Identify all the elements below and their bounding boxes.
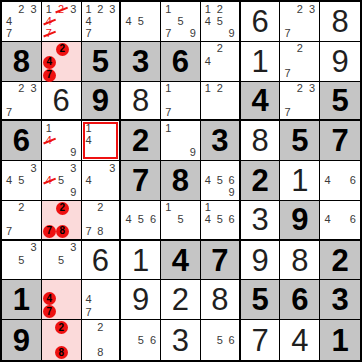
candidate-2: 2	[94, 321, 106, 334]
candidate-6: 6	[147, 334, 159, 347]
candidate-grid: 237	[280, 2, 319, 41]
candidate-9: 9	[187, 28, 199, 40]
candidate-4: 4	[122, 15, 134, 27]
candidate-grid: 46	[320, 161, 360, 200]
candidate-2: 2	[294, 83, 306, 95]
cell-r5c4[interactable]: 7	[121, 161, 161, 201]
candidate-4: 4	[202, 55, 214, 67]
candidate-1: 1	[162, 3, 174, 15]
candidate-5: 5	[174, 15, 186, 27]
candidate-7: 7	[281, 28, 293, 40]
cell-r3c1[interactable]: 237	[2, 82, 42, 122]
cell-r8c1[interactable]: 1	[2, 280, 42, 320]
candidate-2: 2	[214, 43, 226, 55]
cell-r6c7[interactable]: 3	[241, 201, 281, 241]
candidate-9: 9	[226, 187, 238, 199]
candidate-2: 2	[94, 202, 106, 214]
candidate-2-chain-circle: 2	[55, 321, 68, 334]
cell-r6c4[interactable]: 456	[121, 201, 161, 241]
cell-r2c7[interactable]: 1	[241, 42, 281, 82]
candidate-9: 9	[67, 147, 79, 159]
candidate-5: 5	[174, 214, 186, 226]
candidate-7: 7	[83, 306, 95, 318]
candidate-4-eliminated: 4	[43, 174, 55, 186]
candidate-7: 7	[162, 106, 174, 118]
candidate-3: 3	[106, 3, 118, 15]
cell-r7c4[interactable]: 1	[121, 241, 161, 281]
cell-r1c3[interactable]: 12347	[82, 2, 122, 42]
cell-r6c9[interactable]: 46	[320, 201, 360, 241]
candidate-6: 6	[346, 214, 359, 226]
candidate-grid: 35	[2, 241, 41, 280]
candidate-5: 5	[214, 214, 226, 226]
candidate-4: 4	[83, 294, 95, 306]
cell-r9c2[interactable]: 28	[42, 320, 82, 360]
candidate-4: 4	[202, 15, 214, 27]
cell-r6c2[interactable]: 278	[42, 201, 82, 241]
candidate-grid: 19	[161, 121, 200, 160]
cell-r6c6[interactable]: 1456	[201, 201, 241, 241]
candidate-4-eliminated: 4	[43, 135, 55, 147]
cell-r8c5[interactable]: 2	[161, 280, 201, 320]
cell-r5c5[interactable]: 8	[161, 161, 201, 201]
candidate-grid: 24	[201, 42, 239, 81]
cell-r4c4[interactable]: 2	[121, 121, 161, 161]
cell-r2c5[interactable]: 6	[161, 42, 201, 82]
candidate-grid: 27	[280, 42, 319, 81]
cell-r8c6[interactable]: 8	[201, 280, 241, 320]
cell-r7c7[interactable]: 9	[241, 241, 281, 281]
candidate-4: 4	[321, 174, 334, 186]
candidate-5: 5	[15, 254, 27, 266]
candidate-grid: 15	[161, 201, 200, 239]
candidate-1: 1	[162, 202, 174, 214]
candidate-5: 5	[55, 174, 67, 186]
candidate-2: 2	[294, 43, 306, 55]
candidate-8-chain-circle: 8	[56, 225, 69, 238]
cell-r6c1[interactable]: 27	[2, 201, 42, 241]
candidate-2-eliminated: 2	[55, 3, 67, 15]
cell-r7c1[interactable]: 35	[2, 241, 42, 281]
cell-r2c1[interactable]: 8	[2, 42, 42, 82]
cell-r5c3[interactable]: 34	[82, 161, 122, 201]
cell-r4c7[interactable]: 8	[241, 121, 281, 161]
cell-r9c1[interactable]: 9	[2, 320, 42, 360]
cell-r3c3[interactable]: 9	[82, 82, 122, 122]
candidate-5: 5	[135, 214, 147, 226]
cell-r9c8[interactable]: 4	[280, 320, 320, 360]
cell-r8c4[interactable]: 9	[121, 280, 161, 320]
cell-r3c8[interactable]: 237	[280, 82, 320, 122]
candidate-1: 1	[162, 83, 174, 95]
cell-r2c2[interactable]: 247	[42, 42, 82, 82]
candidate-4: 4	[202, 214, 214, 226]
cell-r1c1[interactable]: 2347	[2, 2, 42, 42]
candidate-5: 5	[55, 254, 67, 266]
candidate-2-chain-circle: 2	[56, 202, 69, 215]
candidate-7-chain-circle: 7	[43, 225, 56, 238]
cell-r4c6[interactable]: 3	[201, 121, 241, 161]
cell-r9c4[interactable]: 56	[121, 320, 161, 360]
candidate-3: 3	[106, 162, 118, 174]
cell-r2c4[interactable]: 3	[121, 42, 161, 82]
cell-r7c2[interactable]: 35	[42, 241, 82, 281]
candidate-grid: 27	[2, 201, 41, 239]
candidate-grid: 56	[201, 320, 239, 360]
cell-r3c4[interactable]: 8	[121, 82, 161, 122]
cell-r7c9[interactable]: 2	[320, 241, 360, 281]
cell-r5c9[interactable]: 46	[320, 161, 360, 201]
cell-r6c3[interactable]: 278	[82, 201, 122, 241]
candidate-7: 7	[281, 106, 293, 118]
cell-r1c8[interactable]: 237	[280, 2, 320, 42]
cell-r9c9[interactable]: 1	[320, 320, 360, 360]
cell-r8c9[interactable]: 3	[320, 280, 360, 320]
candidate-4: 4	[83, 174, 95, 186]
candidate-4: 4	[321, 214, 334, 226]
candidate-grid: 47	[82, 280, 120, 319]
candidate-5: 5	[214, 15, 226, 27]
candidate-2: 2	[214, 3, 226, 15]
cell-r1c2[interactable]: 12347	[42, 2, 82, 42]
candidate-2-chain-circle: 2	[56, 43, 69, 56]
candidate-4: 4	[3, 174, 15, 186]
candidate-grid: 12347	[42, 2, 81, 41]
candidate-grid: 45	[121, 2, 160, 41]
candidate-6: 6	[226, 174, 238, 186]
candidate-1: 1	[202, 202, 214, 214]
candidate-4: 4	[3, 15, 15, 27]
candidate-2: 2	[214, 83, 226, 95]
cell-r7c8[interactable]: 8	[280, 241, 320, 281]
candidate-5: 5	[214, 334, 226, 347]
cell-r5c1[interactable]: 345	[2, 161, 42, 201]
candidate-grid: 3459	[42, 161, 81, 200]
candidate-grid: 28	[82, 320, 120, 360]
candidate-4: 4	[83, 15, 95, 27]
cell-r7c5[interactable]: 4	[161, 241, 201, 281]
candidate-grid: 247	[42, 42, 81, 81]
candidate-grid: 278	[82, 201, 120, 239]
cell-r9c6[interactable]: 56	[201, 320, 241, 360]
candidate-4: 4	[122, 214, 134, 226]
cell-r9c3[interactable]: 28	[82, 320, 122, 360]
candidate-grid: 278	[42, 201, 81, 239]
candidate-grid: 14	[82, 121, 120, 160]
candidate-grid: 35	[42, 241, 81, 280]
cell-r4c2[interactable]: 149	[42, 121, 82, 161]
candidate-grid: 17	[161, 82, 200, 120]
candidate-7: 7	[162, 28, 174, 40]
candidate-7-chain-circle: 7	[43, 305, 56, 318]
cell-r1c9[interactable]: 8	[320, 2, 360, 42]
candidate-1: 1	[83, 122, 95, 134]
cell-r4c9[interactable]: 7	[320, 121, 360, 161]
candidate-7: 7	[3, 106, 15, 118]
candidate-3: 3	[306, 3, 318, 15]
cell-r1c7[interactable]: 6	[241, 2, 281, 42]
candidate-7: 7	[3, 28, 15, 40]
cell-r1c5[interactable]: 1579	[161, 2, 201, 42]
candidate-3: 3	[28, 3, 40, 15]
candidate-6: 6	[147, 214, 159, 226]
candidate-5: 5	[214, 174, 226, 186]
candidate-4: 4	[83, 135, 95, 147]
candidate-8-chain-circle: 8	[55, 346, 68, 359]
candidate-7: 7	[83, 226, 95, 238]
cell-r8c2[interactable]: 47	[42, 280, 82, 320]
candidate-grid: 2347	[2, 2, 41, 41]
candidate-5: 5	[135, 334, 147, 347]
cell-r4c8[interactable]: 5	[280, 121, 320, 161]
candidate-3: 3	[67, 3, 79, 15]
candidate-9: 9	[187, 147, 199, 159]
candidate-7-eliminated: 7	[43, 28, 55, 40]
cell-r5c8[interactable]: 1	[280, 161, 320, 201]
candidate-grid: 149	[42, 121, 81, 160]
cell-r7c6[interactable]: 7	[201, 241, 241, 281]
candidate-2: 2	[15, 202, 27, 214]
candidate-grid: 56	[121, 320, 160, 360]
cell-r4c1[interactable]: 6	[2, 121, 42, 161]
cell-r2c3[interactable]: 5	[82, 42, 122, 82]
cell-r6c8[interactable]: 9	[280, 201, 320, 241]
cell-r3c7[interactable]: 4	[241, 82, 281, 122]
cell-r8c8[interactable]: 6	[280, 280, 320, 320]
cell-r3c9[interactable]: 5	[320, 82, 360, 122]
candidate-6: 6	[226, 214, 238, 226]
cell-r5c2[interactable]: 3459	[42, 161, 82, 201]
candidate-1: 1	[43, 122, 55, 134]
candidate-2: 2	[294, 3, 306, 15]
candidate-1: 1	[202, 83, 214, 95]
candidate-1: 1	[202, 3, 214, 15]
candidate-1: 1	[162, 122, 174, 134]
candidate-grid: 4569	[201, 161, 239, 200]
cell-r8c3[interactable]: 47	[82, 280, 122, 320]
candidate-4-chain-circle: 4	[43, 292, 56, 305]
cell-r6c5[interactable]: 15	[161, 201, 201, 241]
candidate-3: 3	[306, 83, 318, 95]
candidate-grid: 237	[2, 82, 41, 120]
cell-r8c7[interactable]: 5	[241, 280, 281, 320]
candidate-3: 3	[28, 242, 40, 254]
sudoku-board: 2347123471234745157912459623788247536241…	[0, 0, 362, 362]
cell-r3c6[interactable]: 12	[201, 82, 241, 122]
candidate-3: 3	[67, 162, 79, 174]
candidate-grid: 34	[82, 161, 120, 200]
cell-r2c6[interactable]: 24	[201, 42, 241, 82]
candidate-4-eliminated: 4	[43, 15, 55, 27]
candidate-6: 6	[346, 174, 359, 186]
candidate-2: 2	[94, 3, 106, 15]
candidate-2: 2	[15, 3, 27, 15]
cell-r1c4[interactable]: 45	[121, 2, 161, 42]
cell-r2c8[interactable]: 27	[280, 42, 320, 82]
cell-r4c3[interactable]: 14	[82, 121, 122, 161]
candidate-5: 5	[15, 174, 27, 186]
candidate-3: 3	[28, 162, 40, 174]
candidate-9: 9	[67, 187, 79, 199]
candidate-8: 8	[94, 346, 106, 359]
cell-r9c5[interactable]: 3	[161, 320, 201, 360]
candidate-grid: 47	[42, 280, 81, 319]
candidate-7: 7	[83, 28, 95, 40]
candidate-grid: 237	[280, 82, 319, 120]
candidate-grid: 12	[201, 82, 239, 120]
cell-r3c5[interactable]: 17	[161, 82, 201, 122]
candidate-grid: 28	[42, 320, 81, 360]
candidate-6: 6	[226, 334, 238, 347]
cell-r4c5[interactable]: 19	[161, 121, 201, 161]
candidate-2: 2	[15, 83, 27, 95]
candidate-7-chain-circle: 7	[43, 69, 56, 82]
cell-r5c6[interactable]: 4569	[201, 161, 241, 201]
cell-r1c6[interactable]: 12459	[201, 2, 241, 42]
candidate-grid: 12459	[201, 2, 239, 41]
cell-r7c3[interactable]: 6	[82, 241, 122, 281]
candidate-grid: 46	[320, 201, 360, 239]
candidate-3: 3	[67, 242, 79, 254]
candidate-3: 3	[28, 83, 40, 95]
cell-r2c9[interactable]: 9	[320, 42, 360, 82]
candidate-grid: 345	[2, 161, 41, 200]
candidate-1: 1	[43, 3, 55, 15]
cell-r5c7[interactable]: 2	[241, 161, 281, 201]
candidate-7: 7	[3, 226, 15, 238]
candidate-1: 1	[83, 3, 95, 15]
candidate-grid: 1579	[161, 2, 200, 41]
candidate-grid: 456	[121, 201, 160, 239]
candidate-8: 8	[94, 226, 106, 238]
candidate-7: 7	[281, 67, 293, 79]
candidate-5: 5	[135, 15, 147, 27]
candidate-4-chain-circle: 4	[43, 56, 56, 69]
cell-r3c2[interactable]: 6	[42, 82, 82, 122]
candidate-grid: 12347	[82, 2, 120, 41]
cell-r9c7[interactable]: 7	[241, 320, 281, 360]
candidate-grid: 1456	[201, 201, 239, 239]
candidate-4: 4	[202, 174, 214, 186]
candidate-9: 9	[226, 28, 238, 40]
